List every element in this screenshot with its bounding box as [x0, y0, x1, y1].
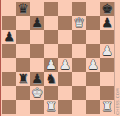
square-g8[interactable]	[86, 2, 100, 16]
square-b8[interactable]: ♛	[16, 2, 30, 16]
left-edge-line	[0, 0, 1, 116]
square-f1[interactable]	[72, 100, 86, 114]
square-f2[interactable]	[72, 86, 86, 100]
square-c4[interactable]	[30, 58, 44, 72]
square-c8[interactable]	[30, 2, 44, 16]
square-g2[interactable]	[86, 86, 100, 100]
square-e5[interactable]	[58, 44, 72, 58]
square-h8[interactable]: ♚	[100, 2, 114, 16]
white-rook-d1: ♜	[45, 100, 57, 114]
square-g5[interactable]	[86, 44, 100, 58]
white-pawn-g4: ♟	[87, 58, 99, 72]
black-pawn-a6: ♟	[3, 30, 15, 44]
square-b4[interactable]	[16, 58, 30, 72]
square-d4[interactable]: ♟	[44, 58, 58, 72]
watermark: CHESS.COM	[115, 88, 120, 115]
white-pawn-h5: ♟	[101, 44, 113, 58]
square-f3[interactable]	[72, 72, 86, 86]
black-king-h8: ♚	[101, 2, 113, 16]
black-pawn-c3: ♟	[31, 72, 43, 86]
square-a5[interactable]	[2, 44, 16, 58]
square-b3[interactable]: ♜	[16, 72, 30, 86]
white-king-c2: ♚	[31, 86, 43, 100]
square-f8[interactable]	[72, 2, 86, 16]
square-d3[interactable]: ♞	[44, 72, 58, 86]
square-f5[interactable]	[72, 44, 86, 58]
square-d5[interactable]	[44, 44, 58, 58]
square-c1[interactable]	[30, 100, 44, 114]
square-c7[interactable]: ♟	[30, 16, 44, 30]
square-g3[interactable]	[86, 72, 100, 86]
square-c3[interactable]: ♟	[30, 72, 44, 86]
square-f6[interactable]	[72, 30, 86, 44]
black-knight-d3: ♞	[45, 72, 57, 86]
square-c6[interactable]	[30, 30, 44, 44]
square-d2[interactable]	[44, 86, 58, 100]
white-rook-h1: ♜	[101, 100, 113, 114]
square-a3[interactable]	[2, 72, 16, 86]
square-d8[interactable]	[44, 2, 58, 16]
black-rook-b3: ♜	[17, 72, 29, 86]
white-pawn-d4: ♟	[45, 58, 57, 72]
square-f7[interactable]: ♛	[72, 16, 86, 30]
square-d6[interactable]	[44, 30, 58, 44]
square-h7[interactable]: ♟	[100, 16, 114, 30]
square-b1[interactable]	[16, 100, 30, 114]
square-b6[interactable]	[16, 30, 30, 44]
square-e8[interactable]	[58, 2, 72, 16]
black-pawn-c7: ♟	[31, 16, 43, 30]
square-a8[interactable]	[2, 2, 16, 16]
square-e6[interactable]	[58, 30, 72, 44]
square-h6[interactable]	[100, 30, 114, 44]
square-e7[interactable]	[58, 16, 72, 30]
black-queen-b8: ♛	[17, 2, 29, 16]
square-g4[interactable]: ♟	[86, 58, 100, 72]
square-h2[interactable]	[100, 86, 114, 100]
square-d7[interactable]	[44, 16, 58, 30]
square-b7[interactable]	[16, 16, 30, 30]
square-g7[interactable]	[86, 16, 100, 30]
square-e2[interactable]	[58, 86, 72, 100]
square-f4[interactable]	[72, 58, 86, 72]
white-queen-f7: ♛	[73, 16, 85, 30]
square-b5[interactable]	[16, 44, 30, 58]
square-d1[interactable]: ♜	[44, 100, 58, 114]
square-e3[interactable]	[58, 72, 72, 86]
square-a1[interactable]	[2, 100, 16, 114]
square-e4[interactable]: ♟	[58, 58, 72, 72]
square-e1[interactable]	[58, 100, 72, 114]
square-h1[interactable]: ♜	[100, 100, 114, 114]
chess-diagram: ♛♚♟♛♟♟♟♟♟♟♜♟♞♚♜♜ CHESS.COM	[0, 0, 120, 116]
square-a2[interactable]	[2, 86, 16, 100]
square-h3[interactable]	[100, 72, 114, 86]
square-a4[interactable]	[2, 58, 16, 72]
black-pawn-h7: ♟	[101, 16, 113, 30]
square-a6[interactable]: ♟	[2, 30, 16, 44]
square-h4[interactable]	[100, 58, 114, 72]
square-b2[interactable]	[16, 86, 30, 100]
square-h5[interactable]: ♟	[100, 44, 114, 58]
chess-board: ♛♚♟♛♟♟♟♟♟♟♜♟♞♚♜♜	[2, 2, 115, 114]
square-c5[interactable]	[30, 44, 44, 58]
square-g1[interactable]	[86, 100, 100, 114]
square-g6[interactable]	[86, 30, 100, 44]
white-pawn-e4: ♟	[59, 58, 71, 72]
square-c2[interactable]: ♚	[30, 86, 44, 100]
square-a7[interactable]	[2, 16, 16, 30]
